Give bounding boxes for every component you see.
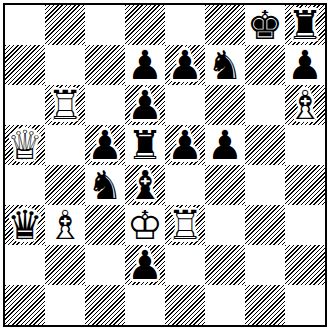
square-g7[interactable] <box>245 45 285 85</box>
square-d6[interactable]: ♟♟ <box>125 85 165 125</box>
square-h1[interactable] <box>285 285 325 325</box>
piece-glyph: ♝ <box>125 165 165 205</box>
square-e7[interactable]: ♟♟ <box>165 45 205 85</box>
square-h2[interactable] <box>285 245 325 285</box>
square-d1[interactable] <box>125 285 165 325</box>
square-d3[interactable]: ♚♔ <box>125 205 165 245</box>
square-h3[interactable] <box>285 205 325 245</box>
piece-black-pawn[interactable]: ♟♟ <box>165 125 205 165</box>
square-e2[interactable] <box>165 245 205 285</box>
piece-black-pawn[interactable]: ♟♟ <box>125 45 165 85</box>
square-d8[interactable] <box>125 5 165 45</box>
piece-white-queen[interactable]: ♛♕ <box>5 125 45 165</box>
square-a3[interactable]: ♛♛ <box>5 205 45 245</box>
square-c2[interactable] <box>85 245 125 285</box>
square-f4[interactable] <box>205 165 245 205</box>
piece-black-bishop[interactable]: ♝♝ <box>125 165 165 205</box>
square-f8[interactable] <box>205 5 245 45</box>
square-f1[interactable] <box>205 285 245 325</box>
square-g5[interactable] <box>245 125 285 165</box>
piece-black-knight[interactable]: ♞♞ <box>205 45 245 85</box>
piece-glyph: ♖ <box>165 205 205 245</box>
square-b1[interactable] <box>45 285 85 325</box>
piece-glyph: ♖ <box>45 85 85 125</box>
piece-black-rook[interactable]: ♜♜ <box>285 5 325 45</box>
square-b3[interactable]: ♝♗ <box>45 205 85 245</box>
square-h8[interactable]: ♜♜ <box>285 5 325 45</box>
piece-glyph: ♟ <box>165 125 205 165</box>
square-e1[interactable] <box>165 285 205 325</box>
square-b4[interactable] <box>45 165 85 205</box>
square-f3[interactable] <box>205 205 245 245</box>
square-e8[interactable] <box>165 5 205 45</box>
board-frame: ♚♚♜♜♟♟♟♟♞♞♟♟♜♖♟♟♝♗♛♕♟♟♜♜♟♟♟♟♞♞♝♝♛♛♝♗♚♔♜♖… <box>3 3 327 327</box>
piece-glyph: ♔ <box>125 205 165 245</box>
square-g3[interactable] <box>245 205 285 245</box>
square-h6[interactable]: ♝♗ <box>285 85 325 125</box>
square-b6[interactable]: ♜♖ <box>45 85 85 125</box>
piece-black-pawn[interactable]: ♟♟ <box>285 45 325 85</box>
square-b8[interactable] <box>45 5 85 45</box>
piece-glyph: ♜ <box>285 5 325 45</box>
square-h7[interactable]: ♟♟ <box>285 45 325 85</box>
square-f5[interactable]: ♟♟ <box>205 125 245 165</box>
square-g6[interactable] <box>245 85 285 125</box>
piece-black-king[interactable]: ♚♚ <box>245 5 285 45</box>
square-f7[interactable]: ♞♞ <box>205 45 245 85</box>
square-c6[interactable] <box>85 85 125 125</box>
square-c3[interactable] <box>85 205 125 245</box>
square-b2[interactable] <box>45 245 85 285</box>
piece-black-queen[interactable]: ♛♛ <box>5 205 45 245</box>
piece-black-pawn[interactable]: ♟♟ <box>165 45 205 85</box>
square-d7[interactable]: ♟♟ <box>125 45 165 85</box>
square-c1[interactable] <box>85 285 125 325</box>
piece-glyph: ♟ <box>85 125 125 165</box>
square-d4[interactable]: ♝♝ <box>125 165 165 205</box>
piece-glyph: ♟ <box>125 85 165 125</box>
piece-glyph: ♟ <box>125 245 165 285</box>
square-e6[interactable] <box>165 85 205 125</box>
square-d2[interactable]: ♟♟ <box>125 245 165 285</box>
square-c8[interactable] <box>85 5 125 45</box>
piece-black-pawn[interactable]: ♟♟ <box>205 125 245 165</box>
piece-white-rook[interactable]: ♜♖ <box>45 85 85 125</box>
piece-black-knight[interactable]: ♞♞ <box>85 165 125 205</box>
piece-glyph: ♜ <box>125 125 165 165</box>
square-a2[interactable] <box>5 245 45 285</box>
square-e5[interactable]: ♟♟ <box>165 125 205 165</box>
piece-black-pawn[interactable]: ♟♟ <box>125 245 165 285</box>
square-h4[interactable] <box>285 165 325 205</box>
piece-white-bishop[interactable]: ♝♗ <box>45 205 85 245</box>
square-a5[interactable]: ♛♕ <box>5 125 45 165</box>
piece-glyph: ♟ <box>125 45 165 85</box>
square-e4[interactable] <box>165 165 205 205</box>
square-g1[interactable] <box>245 285 285 325</box>
piece-white-rook[interactable]: ♜♖ <box>165 205 205 245</box>
piece-glyph: ♞ <box>205 45 245 85</box>
square-b7[interactable] <box>45 45 85 85</box>
square-a6[interactable] <box>5 85 45 125</box>
piece-black-pawn[interactable]: ♟♟ <box>125 85 165 125</box>
square-f6[interactable] <box>205 85 245 125</box>
square-a7[interactable] <box>5 45 45 85</box>
square-f2[interactable] <box>205 245 245 285</box>
square-g2[interactable] <box>245 245 285 285</box>
square-c7[interactable] <box>85 45 125 85</box>
piece-glyph: ♗ <box>45 205 85 245</box>
square-g8[interactable]: ♚♚ <box>245 5 285 45</box>
piece-glyph: ♚ <box>245 5 285 45</box>
piece-glyph: ♕ <box>5 125 45 165</box>
piece-white-king[interactable]: ♚♔ <box>125 205 165 245</box>
piece-glyph: ♗ <box>285 85 325 125</box>
piece-glyph: ♟ <box>285 45 325 85</box>
piece-glyph: ♛ <box>5 205 45 245</box>
piece-glyph: ♟ <box>165 45 205 85</box>
square-g4[interactable] <box>245 165 285 205</box>
chess-board: ♚♚♜♜♟♟♟♟♞♞♟♟♜♖♟♟♝♗♛♕♟♟♜♜♟♟♟♟♞♞♝♝♛♛♝♗♚♔♜♖… <box>5 5 325 325</box>
square-e3[interactable]: ♜♖ <box>165 205 205 245</box>
piece-black-rook[interactable]: ♜♜ <box>125 125 165 165</box>
square-a4[interactable] <box>5 165 45 205</box>
piece-glyph: ♞ <box>85 165 125 205</box>
square-a1[interactable] <box>5 285 45 325</box>
piece-glyph: ♟ <box>205 125 245 165</box>
square-c4[interactable]: ♞♞ <box>85 165 125 205</box>
square-c5[interactable]: ♟♟ <box>85 125 125 165</box>
piece-white-bishop[interactable]: ♝♗ <box>285 85 325 125</box>
piece-black-pawn[interactable]: ♟♟ <box>85 125 125 165</box>
square-a8[interactable] <box>5 5 45 45</box>
square-h5[interactable] <box>285 125 325 165</box>
square-d5[interactable]: ♜♜ <box>125 125 165 165</box>
square-b5[interactable] <box>45 125 85 165</box>
